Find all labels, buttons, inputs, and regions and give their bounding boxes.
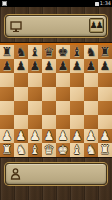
piece-white-queen[interactable]: ♛ — [42, 143, 56, 157]
piece-black-pawn[interactable]: ♟ — [56, 59, 70, 73]
square-a5[interactable] — [0, 87, 14, 101]
piece-white-knight[interactable]: ♞ — [84, 143, 98, 157]
square-e6[interactable] — [56, 73, 70, 87]
square-f4[interactable] — [70, 101, 84, 115]
square-f5[interactable] — [70, 87, 84, 101]
square-e3[interactable] — [56, 115, 70, 129]
piece-white-rook[interactable]: ♜ — [98, 143, 112, 157]
piece-white-pawn[interactable]: ♟ — [98, 129, 112, 143]
square-g1[interactable]: ♞ — [84, 143, 98, 157]
captured-pieces-glyphs: ♟♟ — [89, 19, 101, 32]
square-f1[interactable]: ♝ — [70, 143, 84, 157]
square-a6[interactable] — [0, 73, 14, 87]
square-a8[interactable]: ♜ — [0, 45, 14, 59]
opponent-tray: ♟♟ — [5, 15, 107, 37]
square-h8[interactable]: ♜ — [98, 45, 112, 59]
piece-black-pawn[interactable]: ♟ — [84, 59, 98, 73]
square-g3[interactable] — [84, 115, 98, 129]
piece-white-knight[interactable]: ♞ — [14, 143, 28, 157]
piece-white-bishop[interactable]: ♝ — [28, 143, 42, 157]
square-b3[interactable] — [14, 115, 28, 129]
square-e1[interactable]: ♚ — [56, 143, 70, 157]
square-h6[interactable] — [98, 73, 112, 87]
clock-text: 1:34 — [100, 0, 111, 7]
piece-white-bishop[interactable]: ♝ — [70, 143, 84, 157]
player-tray — [5, 163, 107, 185]
piece-black-rook[interactable]: ♜ — [0, 45, 14, 59]
square-d6[interactable] — [42, 73, 56, 87]
square-b1[interactable]: ♞ — [14, 143, 28, 157]
square-d3[interactable] — [42, 115, 56, 129]
piece-white-pawn[interactable]: ♟ — [0, 129, 14, 143]
square-b4[interactable] — [14, 101, 28, 115]
piece-white-pawn[interactable]: ♟ — [56, 129, 70, 143]
piece-black-pawn[interactable]: ♟ — [28, 59, 42, 73]
piece-black-knight[interactable]: ♞ — [14, 45, 28, 59]
square-f8[interactable]: ♝ — [70, 45, 84, 59]
piece-white-king[interactable]: ♚ — [56, 143, 70, 157]
square-h4[interactable] — [98, 101, 112, 115]
board-frame: ♜♞♝♛♚♝♞♜♟♟♟♟♟♟♟♟♟♟♟♟♟♟♟♟♜♞♝♛♚♝♞♜ — [0, 42, 112, 158]
square-h2[interactable]: ♟ — [98, 129, 112, 143]
piece-black-pawn[interactable]: ♟ — [70, 59, 84, 73]
square-g7[interactable]: ♟ — [84, 59, 98, 73]
piece-black-queen[interactable]: ♛ — [42, 45, 56, 59]
person-icon — [10, 168, 21, 180]
square-g5[interactable] — [84, 87, 98, 101]
piece-black-bishop[interactable]: ♝ — [70, 45, 84, 59]
square-h3[interactable] — [98, 115, 112, 129]
piece-black-rook[interactable]: ♜ — [98, 45, 112, 59]
square-d5[interactable] — [42, 87, 56, 101]
square-e2[interactable]: ♟ — [56, 129, 70, 143]
piece-black-knight[interactable]: ♞ — [84, 45, 98, 59]
square-f6[interactable] — [70, 73, 84, 87]
square-c5[interactable] — [28, 87, 42, 101]
computer-icon — [10, 21, 22, 32]
piece-black-king[interactable]: ♚ — [56, 45, 70, 59]
square-g6[interactable] — [84, 73, 98, 87]
square-c2[interactable]: ♟ — [28, 129, 42, 143]
square-f3[interactable] — [70, 115, 84, 129]
square-b8[interactable]: ♞ — [14, 45, 28, 59]
square-b6[interactable] — [14, 73, 28, 87]
square-h7[interactable]: ♟ — [98, 59, 112, 73]
square-c7[interactable]: ♟ — [28, 59, 42, 73]
piece-white-pawn[interactable]: ♟ — [28, 129, 42, 143]
square-e5[interactable] — [56, 87, 70, 101]
square-d2[interactable]: ♟ — [42, 129, 56, 143]
square-h5[interactable] — [98, 87, 112, 101]
square-g2[interactable]: ♟ — [84, 129, 98, 143]
square-c3[interactable] — [28, 115, 42, 129]
square-e8[interactable]: ♚ — [56, 45, 70, 59]
battery-icon — [95, 2, 99, 6]
square-f2[interactable]: ♟ — [70, 129, 84, 143]
square-c4[interactable] — [28, 101, 42, 115]
piece-black-pawn[interactable]: ♟ — [0, 59, 14, 73]
piece-black-pawn[interactable]: ♟ — [42, 59, 56, 73]
piece-white-pawn[interactable]: ♟ — [42, 129, 56, 143]
square-e7[interactable]: ♟ — [56, 59, 70, 73]
piece-white-rook[interactable]: ♜ — [0, 143, 14, 157]
square-f7[interactable]: ♟ — [70, 59, 84, 73]
square-h1[interactable]: ♜ — [98, 143, 112, 157]
square-a7[interactable]: ♟ — [0, 59, 14, 73]
piece-black-bishop[interactable]: ♝ — [28, 45, 42, 59]
square-b7[interactable]: ♟ — [14, 59, 28, 73]
piece-black-pawn[interactable]: ♟ — [14, 59, 28, 73]
square-d4[interactable] — [42, 101, 56, 115]
square-a4[interactable] — [0, 101, 14, 115]
square-a3[interactable] — [0, 115, 14, 129]
square-c1[interactable]: ♝ — [28, 143, 42, 157]
square-a1[interactable]: ♜ — [0, 143, 14, 157]
notification-icon — [2, 1, 7, 6]
square-c8[interactable]: ♝ — [28, 45, 42, 59]
square-b5[interactable] — [14, 87, 28, 101]
square-d8[interactable]: ♛ — [42, 45, 56, 59]
piece-white-pawn[interactable]: ♟ — [14, 129, 28, 143]
square-c6[interactable] — [28, 73, 42, 87]
piece-white-pawn[interactable]: ♟ — [70, 129, 84, 143]
square-g4[interactable] — [84, 101, 98, 115]
square-d7[interactable]: ♟ — [42, 59, 56, 73]
square-a2[interactable]: ♟ — [0, 129, 14, 143]
square-b2[interactable]: ♟ — [14, 129, 28, 143]
square-d1[interactable]: ♛ — [42, 143, 56, 157]
status-bar: 1:34 — [0, 0, 112, 7]
square-g8[interactable]: ♞ — [84, 45, 98, 59]
piece-black-pawn[interactable]: ♟ — [98, 59, 112, 73]
square-e4[interactable] — [56, 101, 70, 115]
piece-white-pawn[interactable]: ♟ — [84, 129, 98, 143]
chess-board: ♜♞♝♛♚♝♞♜♟♟♟♟♟♟♟♟♟♟♟♟♟♟♟♟♜♞♝♛♚♝♞♜ — [0, 45, 112, 157]
captured-pieces-box[interactable]: ♟♟ — [89, 18, 104, 33]
